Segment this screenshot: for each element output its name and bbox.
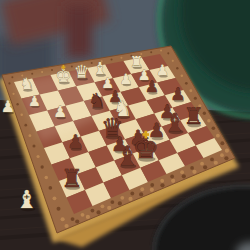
piece-white-pawn-c2: ♟ — [119, 71, 132, 87]
piece-brown-pawn-g5: ♟ — [67, 131, 83, 152]
piece-brown-rook-h7: ♜ — [61, 164, 83, 193]
captured-white-pawn: ♟ — [1, 97, 15, 116]
piece-brown-knight-e3: ♞ — [88, 89, 105, 112]
piece-brown-bishop-b6: ♝ — [164, 108, 187, 137]
piece-brown-rook-a6: ♜ — [183, 103, 203, 129]
photo-chess-scene: ♜♝♛♚♞♟♟♟♟♟♟♟♞♟♟♞♟♛♟♜♝♟♟♟♚♝♜♝♟ — [0, 0, 250, 250]
piece-brown-bishop-e7: ♝ — [115, 140, 139, 171]
captured-white-bishop: ♝ — [16, 185, 38, 214]
piece-white-pawn-g3: ♟ — [53, 103, 67, 121]
piece-white-knight-h1: ♞ — [20, 74, 34, 93]
scene-canvas: ♜♝♛♚♞♟♟♟♟♟♟♟♞♟♟♞♟♛♟♜♝♟♟♟♚♝♜♝♟ — [0, 0, 250, 250]
piece-brown-pawn-b3: ♟ — [145, 78, 159, 96]
piece-white-pawn-a2: ♟ — [156, 62, 169, 78]
piece-white-queen-e1: ♛ — [74, 62, 90, 82]
piece-white-pawn-h2: ♟ — [28, 93, 41, 109]
